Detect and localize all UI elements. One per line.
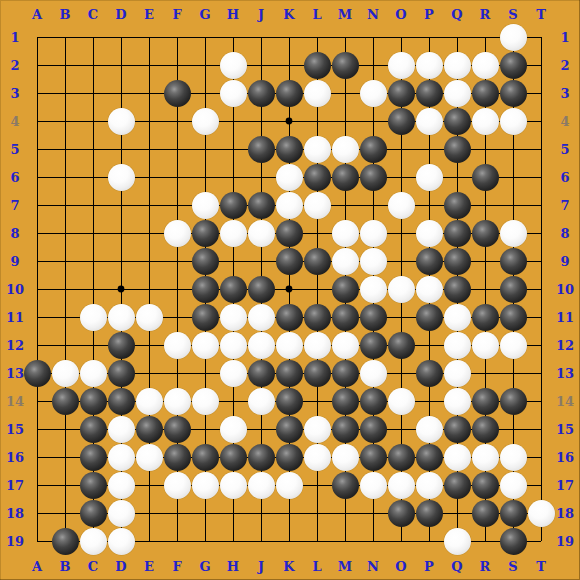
- row-label-right: 16: [556, 450, 574, 465]
- white-stone-D18[interactable]: [108, 500, 135, 527]
- white-stone-Q13[interactable]: [444, 360, 471, 387]
- black-stone-D14[interactable]: [108, 388, 135, 415]
- black-stone-M10[interactable]: [332, 276, 359, 303]
- black-stone-K8[interactable]: [276, 220, 303, 247]
- white-stone-F12[interactable]: [164, 332, 191, 359]
- white-stone-S16[interactable]: [500, 444, 527, 471]
- black-stone-P18[interactable]: [416, 500, 443, 527]
- column-label-bottom: G: [199, 559, 210, 574]
- row-label-left: 8: [10, 226, 19, 241]
- row-label-right: 19: [556, 534, 574, 549]
- white-stone-R4[interactable]: [472, 108, 499, 135]
- white-stone-G12[interactable]: [192, 332, 219, 359]
- white-stone-Q12[interactable]: [444, 332, 471, 359]
- black-stone-O18[interactable]: [388, 500, 415, 527]
- black-stone-S10[interactable]: [500, 276, 527, 303]
- black-stone-N14[interactable]: [360, 388, 387, 415]
- white-stone-P8[interactable]: [416, 220, 443, 247]
- column-label-bottom: S: [508, 559, 517, 574]
- black-stone-M17[interactable]: [332, 472, 359, 499]
- go-board-screenshot: AABBCCDDEEFFGGHHJJKKLLMMNNOOPPQQRRSSTT11…: [0, 0, 580, 580]
- white-stone-S17[interactable]: [500, 472, 527, 499]
- white-stone-L5[interactable]: [304, 136, 331, 163]
- row-label-left: 5: [10, 142, 19, 157]
- black-stone-Q8[interactable]: [444, 220, 471, 247]
- white-stone-H2[interactable]: [220, 52, 247, 79]
- white-stone-N13[interactable]: [360, 360, 387, 387]
- white-stone-F8[interactable]: [164, 220, 191, 247]
- white-stone-O10[interactable]: [388, 276, 415, 303]
- black-stone-C18[interactable]: [80, 500, 107, 527]
- column-label-bottom: C: [88, 559, 98, 574]
- black-stone-L6[interactable]: [304, 164, 331, 191]
- black-stone-D12[interactable]: [108, 332, 135, 359]
- white-stone-N10[interactable]: [360, 276, 387, 303]
- black-stone-K5[interactable]: [276, 136, 303, 163]
- row-label-right: 4: [560, 114, 569, 129]
- column-label-bottom: A: [32, 559, 42, 574]
- white-stone-D11[interactable]: [108, 304, 135, 331]
- white-stone-L15[interactable]: [304, 416, 331, 443]
- column-label-top: F: [172, 7, 181, 22]
- black-stone-L9[interactable]: [304, 248, 331, 275]
- white-stone-B13[interactable]: [52, 360, 79, 387]
- row-label-right: 6: [560, 170, 569, 185]
- white-stone-J11[interactable]: [248, 304, 275, 331]
- white-stone-E16[interactable]: [136, 444, 163, 471]
- white-stone-L3[interactable]: [304, 80, 331, 107]
- column-label-bottom: B: [60, 559, 71, 574]
- black-stone-P11[interactable]: [416, 304, 443, 331]
- row-label-right: 12: [556, 338, 574, 353]
- white-stone-R12[interactable]: [472, 332, 499, 359]
- white-stone-N9[interactable]: [360, 248, 387, 275]
- white-stone-D16[interactable]: [108, 444, 135, 471]
- black-stone-P9[interactable]: [416, 248, 443, 275]
- black-stone-J13[interactable]: [248, 360, 275, 387]
- row-label-left: 2: [10, 58, 19, 73]
- black-stone-M14[interactable]: [332, 388, 359, 415]
- white-stone-M5[interactable]: [332, 136, 359, 163]
- black-stone-O4[interactable]: [388, 108, 415, 135]
- row-label-left: 13: [6, 366, 24, 381]
- black-stone-M2[interactable]: [332, 52, 359, 79]
- white-stone-T18[interactable]: [528, 500, 555, 527]
- black-stone-M15[interactable]: [332, 416, 359, 443]
- black-stone-K15[interactable]: [276, 416, 303, 443]
- black-stone-R18[interactable]: [472, 500, 499, 527]
- white-stone-D17[interactable]: [108, 472, 135, 499]
- black-stone-R11[interactable]: [472, 304, 499, 331]
- black-stone-Q5[interactable]: [444, 136, 471, 163]
- row-label-right: 18: [556, 506, 574, 521]
- white-stone-R16[interactable]: [472, 444, 499, 471]
- black-stone-E15[interactable]: [136, 416, 163, 443]
- black-stone-J3[interactable]: [248, 80, 275, 107]
- black-stone-C17[interactable]: [80, 472, 107, 499]
- black-stone-M11[interactable]: [332, 304, 359, 331]
- row-label-right: 9: [560, 254, 569, 269]
- white-stone-D6[interactable]: [108, 164, 135, 191]
- white-stone-P4[interactable]: [416, 108, 443, 135]
- white-stone-M16[interactable]: [332, 444, 359, 471]
- black-stone-N12[interactable]: [360, 332, 387, 359]
- white-stone-H3[interactable]: [220, 80, 247, 107]
- white-stone-L16[interactable]: [304, 444, 331, 471]
- row-label-right: 5: [560, 142, 569, 157]
- column-label-top: T: [536, 7, 546, 22]
- white-stone-M9[interactable]: [332, 248, 359, 275]
- row-label-left: 14: [6, 394, 24, 409]
- black-stone-O3[interactable]: [388, 80, 415, 107]
- white-stone-O14[interactable]: [388, 388, 415, 415]
- row-label-right: 3: [560, 86, 569, 101]
- white-stone-L7[interactable]: [304, 192, 331, 219]
- black-stone-H16[interactable]: [220, 444, 247, 471]
- white-stone-P2[interactable]: [416, 52, 443, 79]
- black-stone-F15[interactable]: [164, 416, 191, 443]
- column-label-top: R: [480, 7, 491, 22]
- white-stone-O2[interactable]: [388, 52, 415, 79]
- black-stone-Q15[interactable]: [444, 416, 471, 443]
- white-stone-G17[interactable]: [192, 472, 219, 499]
- row-label-right: 1: [560, 30, 569, 45]
- black-stone-Q17[interactable]: [444, 472, 471, 499]
- column-label-top: L: [312, 7, 321, 22]
- column-label-top: H: [227, 7, 239, 22]
- white-stone-K12[interactable]: [276, 332, 303, 359]
- white-stone-M8[interactable]: [332, 220, 359, 247]
- black-stone-S18[interactable]: [500, 500, 527, 527]
- row-label-left: 16: [6, 450, 24, 465]
- black-stone-J10[interactable]: [248, 276, 275, 303]
- white-stone-J8[interactable]: [248, 220, 275, 247]
- black-stone-C14[interactable]: [80, 388, 107, 415]
- white-stone-J17[interactable]: [248, 472, 275, 499]
- white-stone-N3[interactable]: [360, 80, 387, 107]
- black-stone-K11[interactable]: [276, 304, 303, 331]
- white-stone-H8[interactable]: [220, 220, 247, 247]
- column-label-top: C: [88, 7, 98, 22]
- white-stone-D19[interactable]: [108, 528, 135, 555]
- row-label-left: 10: [6, 282, 24, 297]
- column-label-bottom: D: [115, 559, 126, 574]
- row-label-left: 1: [10, 30, 19, 45]
- column-label-bottom: K: [283, 559, 294, 574]
- row-label-right: 13: [556, 366, 574, 381]
- column-label-bottom: M: [338, 559, 352, 574]
- black-stone-F16[interactable]: [164, 444, 191, 471]
- white-stone-G14[interactable]: [192, 388, 219, 415]
- column-label-top: E: [144, 7, 154, 22]
- white-stone-O17[interactable]: [388, 472, 415, 499]
- white-stone-E14[interactable]: [136, 388, 163, 415]
- black-stone-R8[interactable]: [472, 220, 499, 247]
- black-stone-R15[interactable]: [472, 416, 499, 443]
- black-stone-Q4[interactable]: [444, 108, 471, 135]
- row-label-left: 15: [6, 422, 24, 437]
- black-stone-G8[interactable]: [192, 220, 219, 247]
- row-label-left: 4: [10, 114, 19, 129]
- white-stone-D15[interactable]: [108, 416, 135, 443]
- white-stone-H15[interactable]: [220, 416, 247, 443]
- column-label-bottom: P: [424, 559, 434, 574]
- black-stone-B14[interactable]: [52, 388, 79, 415]
- white-stone-C13[interactable]: [80, 360, 107, 387]
- column-label-bottom: O: [395, 559, 406, 574]
- black-stone-R17[interactable]: [472, 472, 499, 499]
- white-stone-S8[interactable]: [500, 220, 527, 247]
- black-stone-S19[interactable]: [500, 528, 527, 555]
- black-stone-H10[interactable]: [220, 276, 247, 303]
- black-stone-M13[interactable]: [332, 360, 359, 387]
- row-label-right: 17: [556, 478, 574, 493]
- row-label-left: 11: [6, 310, 24, 325]
- row-label-right: 8: [560, 226, 569, 241]
- black-stone-N15[interactable]: [360, 416, 387, 443]
- white-stone-S4[interactable]: [500, 108, 527, 135]
- column-label-bottom: T: [536, 559, 546, 574]
- white-stone-Q3[interactable]: [444, 80, 471, 107]
- black-stone-R14[interactable]: [472, 388, 499, 415]
- row-label-right: 2: [560, 58, 569, 73]
- black-stone-L13[interactable]: [304, 360, 331, 387]
- black-stone-O12[interactable]: [388, 332, 415, 359]
- white-stone-P15[interactable]: [416, 416, 443, 443]
- column-label-bottom: H: [227, 559, 239, 574]
- column-label-top: S: [508, 7, 517, 22]
- column-label-top: P: [424, 7, 434, 22]
- row-label-right: 11: [556, 310, 574, 325]
- row-label-left: 12: [6, 338, 24, 353]
- black-stone-J5[interactable]: [248, 136, 275, 163]
- white-stone-Q19[interactable]: [444, 528, 471, 555]
- black-stone-G10[interactable]: [192, 276, 219, 303]
- row-label-right: 15: [556, 422, 574, 437]
- column-label-bottom: J: [258, 559, 264, 574]
- white-stone-Q16[interactable]: [444, 444, 471, 471]
- black-stone-L2[interactable]: [304, 52, 331, 79]
- column-label-top: Q: [451, 7, 462, 22]
- column-label-bottom: Q: [451, 559, 462, 574]
- black-stone-J7[interactable]: [248, 192, 275, 219]
- white-stone-L12[interactable]: [304, 332, 331, 359]
- white-stone-K6[interactable]: [276, 164, 303, 191]
- black-stone-Q9[interactable]: [444, 248, 471, 275]
- white-stone-H12[interactable]: [220, 332, 247, 359]
- row-label-left: 7: [10, 198, 19, 213]
- white-stone-J14[interactable]: [248, 388, 275, 415]
- black-stone-R3[interactable]: [472, 80, 499, 107]
- white-stone-N17[interactable]: [360, 472, 387, 499]
- white-stone-P6[interactable]: [416, 164, 443, 191]
- black-stone-P3[interactable]: [416, 80, 443, 107]
- black-stone-K14[interactable]: [276, 388, 303, 415]
- row-label-left: 18: [6, 506, 24, 521]
- black-stone-G9[interactable]: [192, 248, 219, 275]
- white-stone-K17[interactable]: [276, 472, 303, 499]
- white-stone-Q11[interactable]: [444, 304, 471, 331]
- black-stone-M6[interactable]: [332, 164, 359, 191]
- white-stone-G4[interactable]: [192, 108, 219, 135]
- black-stone-P16[interactable]: [416, 444, 443, 471]
- black-stone-G11[interactable]: [192, 304, 219, 331]
- black-stone-Q10[interactable]: [444, 276, 471, 303]
- row-label-left: 6: [10, 170, 19, 185]
- white-stone-D4[interactable]: [108, 108, 135, 135]
- row-label-right: 10: [556, 282, 574, 297]
- black-stone-K13[interactable]: [276, 360, 303, 387]
- white-stone-H17[interactable]: [220, 472, 247, 499]
- white-stone-C11[interactable]: [80, 304, 107, 331]
- row-label-right: 14: [556, 394, 574, 409]
- black-stone-G16[interactable]: [192, 444, 219, 471]
- black-stone-K16[interactable]: [276, 444, 303, 471]
- black-stone-P13[interactable]: [416, 360, 443, 387]
- column-label-top: M: [338, 7, 352, 22]
- black-stone-K9[interactable]: [276, 248, 303, 275]
- column-label-bottom: N: [367, 559, 379, 574]
- column-label-bottom: R: [480, 559, 491, 574]
- row-label-left: 9: [10, 254, 19, 269]
- column-label-top: J: [258, 7, 264, 22]
- black-stone-S2[interactable]: [500, 52, 527, 79]
- white-stone-H13[interactable]: [220, 360, 247, 387]
- column-label-top: K: [283, 7, 294, 22]
- white-stone-S12[interactable]: [500, 332, 527, 359]
- black-stone-N6[interactable]: [360, 164, 387, 191]
- row-label-left: 19: [6, 534, 24, 549]
- black-stone-K3[interactable]: [276, 80, 303, 107]
- column-label-bottom: L: [312, 559, 321, 574]
- black-stone-N5[interactable]: [360, 136, 387, 163]
- black-stone-H7[interactable]: [220, 192, 247, 219]
- column-label-bottom: E: [144, 559, 154, 574]
- black-stone-S3[interactable]: [500, 80, 527, 107]
- column-label-bottom: F: [172, 559, 181, 574]
- black-stone-S9[interactable]: [500, 248, 527, 275]
- column-label-top: D: [115, 7, 126, 22]
- white-stone-M12[interactable]: [332, 332, 359, 359]
- white-stone-N8[interactable]: [360, 220, 387, 247]
- column-label-top: N: [367, 7, 379, 22]
- white-stone-J12[interactable]: [248, 332, 275, 359]
- black-stone-C16[interactable]: [80, 444, 107, 471]
- white-stone-H11[interactable]: [220, 304, 247, 331]
- black-stone-D13[interactable]: [108, 360, 135, 387]
- black-stone-F3[interactable]: [164, 80, 191, 107]
- white-stone-K7[interactable]: [276, 192, 303, 219]
- black-stone-Q7[interactable]: [444, 192, 471, 219]
- white-stone-S1[interactable]: [500, 24, 527, 51]
- white-stone-R2[interactable]: [472, 52, 499, 79]
- row-label-left: 3: [10, 86, 19, 101]
- row-label-left: 17: [6, 478, 24, 493]
- column-label-top: O: [395, 7, 406, 22]
- row-label-right: 7: [560, 198, 569, 213]
- black-stone-A13[interactable]: [24, 360, 51, 387]
- column-label-top: B: [60, 7, 71, 22]
- white-stone-Q2[interactable]: [444, 52, 471, 79]
- column-label-top: G: [199, 7, 210, 22]
- column-label-top: A: [32, 7, 42, 22]
- black-stone-O16[interactable]: [388, 444, 415, 471]
- white-stone-Q14[interactable]: [444, 388, 471, 415]
- white-stone-G7[interactable]: [192, 192, 219, 219]
- white-stone-P17[interactable]: [416, 472, 443, 499]
- black-stone-R6[interactable]: [472, 164, 499, 191]
- white-stone-F17[interactable]: [164, 472, 191, 499]
- black-stone-N16[interactable]: [360, 444, 387, 471]
- white-stone-O7[interactable]: [388, 192, 415, 219]
- black-stone-N11[interactable]: [360, 304, 387, 331]
- black-stone-S11[interactable]: [500, 304, 527, 331]
- white-stone-E11[interactable]: [136, 304, 163, 331]
- black-stone-L11[interactable]: [304, 304, 331, 331]
- black-stone-J16[interactable]: [248, 444, 275, 471]
- white-stone-P10[interactable]: [416, 276, 443, 303]
- white-stone-C19[interactable]: [80, 528, 107, 555]
- black-stone-B19[interactable]: [52, 528, 79, 555]
- black-stone-C15[interactable]: [80, 416, 107, 443]
- white-stone-F14[interactable]: [164, 388, 191, 415]
- black-stone-S14[interactable]: [500, 388, 527, 415]
